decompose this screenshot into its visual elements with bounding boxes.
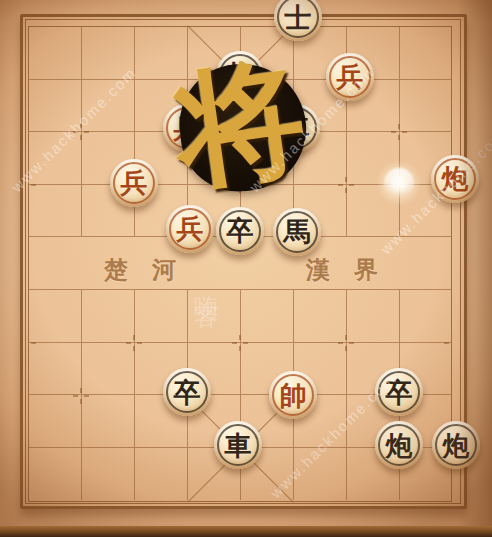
sparkle-effect [376,160,422,206]
board-cell[interactable] [29,237,82,290]
river-label-left: 楚河 [104,254,200,286]
board-cell[interactable] [29,185,82,238]
piece-black[interactable]: 炮 [375,421,423,469]
xiangqi-board-screen: 楚河 漢界 士将兵兵車兵炮兵卒馬卒帥卒車炮炮 将 www.hackhome.co… [0,0,492,537]
piece-black[interactable]: 卒 [216,207,264,255]
piece-character: 兵 [110,159,158,207]
piece-black[interactable]: 車 [214,421,262,469]
position-marker [338,177,354,193]
piece-character: 車 [214,421,262,469]
piece-black[interactable]: 炮 [432,421,480,469]
piece-black[interactable]: 士 [274,0,322,41]
board-cell[interactable] [29,27,82,80]
position-marker [73,388,89,404]
board-cell[interactable] [347,290,400,343]
piece-black[interactable]: 卒 [163,368,211,416]
position-marker [391,124,407,140]
piece-red[interactable]: 帥 [269,371,317,419]
piece-character: 卒 [216,207,264,255]
position-marker [126,335,142,351]
position-marker [232,335,248,351]
board-cell[interactable] [135,290,188,343]
stamp-check-character: 将 [168,50,313,195]
board-cell[interactable] [400,237,452,290]
piece-character: 卒 [163,368,211,416]
position-marker [28,335,36,351]
bottom-bar [0,526,492,537]
check-stamp: 将 [180,64,306,191]
chinese-watermark: 嗨客 [190,276,223,288]
board-cell[interactable] [82,448,135,501]
board-cell[interactable] [82,395,135,448]
piece-character: 炮 [432,421,480,469]
piece-character: 士 [274,0,322,41]
position-marker [444,335,452,351]
piece-character: 馬 [273,208,321,256]
board-cell[interactable] [29,290,82,343]
piece-character: 兵 [166,205,214,253]
position-marker [338,335,354,351]
piece-red[interactable]: 兵 [166,205,214,253]
board-cell[interactable] [29,448,82,501]
board-cell[interactable] [400,27,452,80]
piece-character: 炮 [375,421,423,469]
board-cell[interactable] [29,343,82,396]
river-label-right: 漢界 [306,254,402,286]
piece-black[interactable]: 馬 [273,208,321,256]
piece-red[interactable]: 兵 [110,159,158,207]
board-cell[interactable] [135,448,188,501]
piece-character: 帥 [269,371,317,419]
board-cell[interactable] [400,80,452,133]
board-cell[interactable] [241,290,294,343]
